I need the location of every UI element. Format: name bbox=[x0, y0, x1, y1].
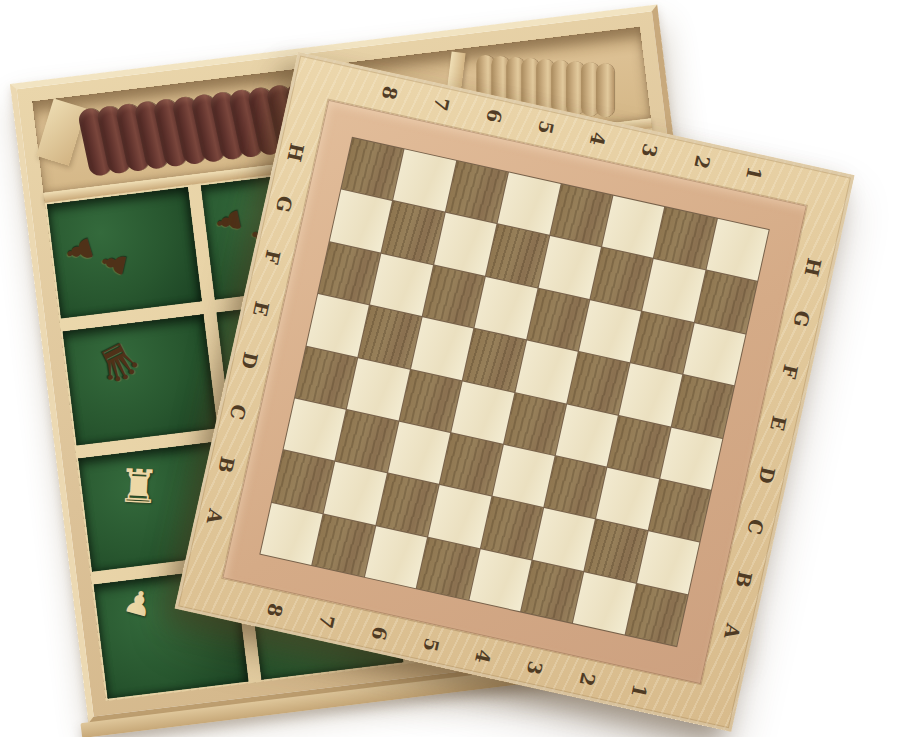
board-inner-border bbox=[222, 100, 806, 684]
square-c1[interactable] bbox=[648, 479, 710, 541]
dark-queen[interactable]: ♛ bbox=[88, 331, 148, 393]
checker-disc-light[interactable] bbox=[596, 63, 614, 117]
product-photo-scene: ♟♟♟♟♟♟♛♞♝♜♟♟♟♟ 87654321 87654321 HGFEDCB… bbox=[0, 0, 900, 737]
dark-pawn[interactable]: ♟ bbox=[212, 205, 247, 238]
square-b1[interactable] bbox=[637, 531, 699, 593]
felt-compartment: ♛ bbox=[63, 314, 218, 445]
square-a1[interactable] bbox=[625, 584, 687, 646]
board-squares bbox=[261, 138, 769, 646]
square-e1[interactable] bbox=[671, 375, 733, 437]
light-pawn[interactable]: ♟ bbox=[121, 584, 157, 622]
square-h1[interactable] bbox=[706, 219, 768, 281]
light-rook[interactable]: ♜ bbox=[117, 462, 161, 510]
dark-pawn[interactable]: ♟ bbox=[96, 247, 131, 280]
square-d1[interactable] bbox=[660, 427, 722, 489]
square-f1[interactable] bbox=[683, 323, 745, 385]
square-g1[interactable] bbox=[695, 271, 757, 333]
chess-board[interactable]: 87654321 87654321 HGFEDCBA HGFEDCBA bbox=[175, 52, 855, 732]
dark-pawn[interactable]: ♟ bbox=[60, 232, 99, 269]
felt-compartment: ♟♟ bbox=[47, 187, 202, 318]
